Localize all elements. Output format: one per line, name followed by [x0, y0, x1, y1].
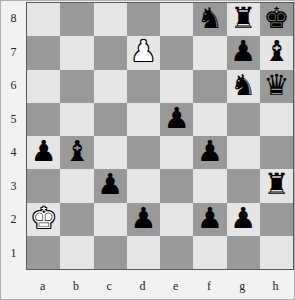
- square-f7[interactable]: [193, 36, 226, 69]
- square-c3[interactable]: ♟: [94, 169, 127, 202]
- file-label-f: f: [192, 270, 225, 300]
- square-e7[interactable]: [160, 36, 193, 69]
- square-d1[interactable]: [127, 236, 160, 269]
- piece-black-pawn-f4[interactable]: ♟: [197, 137, 223, 166]
- square-c6[interactable]: [94, 70, 127, 103]
- square-g6[interactable]: ♞: [227, 70, 260, 103]
- square-h7[interactable]: ♝: [260, 36, 293, 69]
- square-h8[interactable]: ♚: [260, 3, 293, 36]
- rank-label-3: 3: [1, 170, 26, 204]
- square-b1[interactable]: [60, 236, 93, 269]
- square-e6[interactable]: [160, 70, 193, 103]
- square-h6[interactable]: ♛: [260, 70, 293, 103]
- square-b2[interactable]: [60, 203, 93, 236]
- rank-labels: 87654321: [1, 2, 26, 270]
- piece-black-pawn-f2[interactable]: ♟: [197, 204, 223, 233]
- piece-black-pawn-d2[interactable]: ♟: [130, 204, 156, 233]
- file-label-c: c: [93, 270, 126, 300]
- square-c2[interactable]: [94, 203, 127, 236]
- square-h1[interactable]: [260, 236, 293, 269]
- piece-black-pawn-a4[interactable]: ♟: [31, 137, 57, 166]
- square-e4[interactable]: [160, 136, 193, 169]
- piece-black-pawn-g7[interactable]: ♟: [230, 37, 256, 66]
- square-a5[interactable]: [27, 103, 60, 136]
- square-c7[interactable]: [94, 36, 127, 69]
- square-a1[interactable]: [27, 236, 60, 269]
- square-e2[interactable]: [160, 203, 193, 236]
- rank-label-1: 1: [1, 237, 26, 271]
- piece-black-knight-f8[interactable]: ♞: [197, 4, 223, 33]
- rank-label-2: 2: [1, 203, 26, 237]
- square-a8[interactable]: [27, 3, 60, 36]
- file-label-e: e: [159, 270, 192, 300]
- square-d3[interactable]: [127, 169, 160, 202]
- square-a6[interactable]: [27, 70, 60, 103]
- rank-label-7: 7: [1, 36, 26, 70]
- file-label-h: h: [259, 270, 292, 300]
- piece-black-bishop-b4[interactable]: ♝: [64, 137, 90, 166]
- square-f1[interactable]: [193, 236, 226, 269]
- square-f2[interactable]: ♟: [193, 203, 226, 236]
- piece-black-rook-h3[interactable]: ♜: [263, 170, 289, 199]
- piece-white-king-a2[interactable]: ♚: [31, 204, 57, 233]
- rank-label-4: 4: [1, 136, 26, 170]
- piece-black-bishop-h7[interactable]: ♝: [263, 37, 289, 66]
- square-d4[interactable]: [127, 136, 160, 169]
- square-b7[interactable]: [60, 36, 93, 69]
- rank-label-8: 8: [1, 2, 26, 36]
- file-label-b: b: [59, 270, 92, 300]
- square-a3[interactable]: [27, 169, 60, 202]
- rank-label-5: 5: [1, 103, 26, 137]
- piece-black-knight-g6[interactable]: ♞: [230, 71, 256, 100]
- square-g2[interactable]: ♟: [227, 203, 260, 236]
- square-c8[interactable]: [94, 3, 127, 36]
- file-label-a: a: [26, 270, 59, 300]
- square-f4[interactable]: ♟: [193, 136, 226, 169]
- file-label-g: g: [226, 270, 259, 300]
- square-f3[interactable]: [193, 169, 226, 202]
- square-g5[interactable]: [227, 103, 260, 136]
- piece-black-king-h8[interactable]: ♚: [263, 4, 289, 33]
- square-g7[interactable]: ♟: [227, 36, 260, 69]
- square-h2[interactable]: [260, 203, 293, 236]
- square-a7[interactable]: [27, 36, 60, 69]
- square-b5[interactable]: [60, 103, 93, 136]
- square-e5[interactable]: ♟: [160, 103, 193, 136]
- square-d5[interactable]: [127, 103, 160, 136]
- square-d7[interactable]: ♟: [127, 36, 160, 69]
- file-label-d: d: [126, 270, 159, 300]
- piece-black-pawn-g2[interactable]: ♟: [230, 204, 256, 233]
- square-c5[interactable]: [94, 103, 127, 136]
- square-f5[interactable]: [193, 103, 226, 136]
- square-g4[interactable]: [227, 136, 260, 169]
- chess-board: ♞♜♚♟♟♝♞♛♟♟♝♟♟♜♚♟♟♟: [26, 2, 294, 270]
- square-b6[interactable]: [60, 70, 93, 103]
- square-d6[interactable]: [127, 70, 160, 103]
- square-b8[interactable]: [60, 3, 93, 36]
- piece-black-pawn-e5[interactable]: ♟: [164, 104, 190, 133]
- square-f8[interactable]: ♞: [193, 3, 226, 36]
- square-f6[interactable]: [193, 70, 226, 103]
- rank-label-6: 6: [1, 69, 26, 103]
- square-b3[interactable]: [60, 169, 93, 202]
- square-d8[interactable]: [127, 3, 160, 36]
- chess-diagram: 87654321 ♞♜♚♟♟♝♞♛♟♟♝♟♟♜♚♟♟♟ abcdefgh: [0, 0, 295, 300]
- square-a4[interactable]: ♟: [27, 136, 60, 169]
- square-h3[interactable]: ♜: [260, 169, 293, 202]
- square-h4[interactable]: [260, 136, 293, 169]
- square-g8[interactable]: ♜: [227, 3, 260, 36]
- square-e8[interactable]: [160, 3, 193, 36]
- square-e1[interactable]: [160, 236, 193, 269]
- square-g3[interactable]: [227, 169, 260, 202]
- square-e3[interactable]: [160, 169, 193, 202]
- file-labels: abcdefgh: [26, 270, 294, 300]
- square-a2[interactable]: ♚: [27, 203, 60, 236]
- board-layout: 87654321 ♞♜♚♟♟♝♞♛♟♟♝♟♟♜♚♟♟♟ abcdefgh: [1, 1, 294, 300]
- square-g1[interactable]: [227, 236, 260, 269]
- piece-black-queen-h6[interactable]: ♛: [263, 71, 289, 100]
- piece-white-pawn-d7[interactable]: ♟: [130, 37, 156, 66]
- square-c1[interactable]: [94, 236, 127, 269]
- piece-black-pawn-c3[interactable]: ♟: [97, 170, 123, 199]
- square-h5[interactable]: [260, 103, 293, 136]
- square-d2[interactable]: ♟: [127, 203, 160, 236]
- square-c4[interactable]: [94, 136, 127, 169]
- square-b4[interactable]: ♝: [60, 136, 93, 169]
- piece-black-rook-g8[interactable]: ♜: [230, 4, 256, 33]
